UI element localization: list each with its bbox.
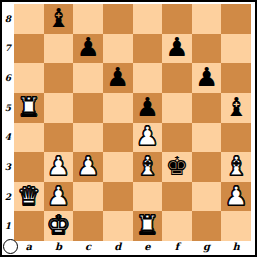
piece-white-queen-a2[interactable]: ♛ [17, 183, 40, 209]
square-e7[interactable] [133, 34, 163, 64]
square-c4[interactable] [73, 123, 103, 153]
square-b6[interactable] [44, 63, 74, 93]
square-f8[interactable] [162, 4, 192, 34]
piece-white-pawn-b3[interactable]: ♟ [47, 153, 70, 179]
piece-black-king-f3[interactable]: ♚ [165, 153, 188, 179]
square-c2[interactable] [73, 182, 103, 212]
piece-black-pawn-f7[interactable]: ♟ [165, 34, 188, 60]
square-b3[interactable]: ♟ [44, 152, 74, 182]
file-label-c: c [73, 241, 103, 255]
square-b2[interactable]: ♟ [44, 182, 74, 212]
square-g7[interactable] [192, 34, 222, 64]
square-e5[interactable]: ♟ [133, 93, 163, 123]
square-f3[interactable]: ♚ [162, 152, 192, 182]
square-c5[interactable] [73, 93, 103, 123]
square-b1[interactable]: ♚ [44, 211, 74, 241]
piece-black-pawn-g6[interactable]: ♟ [195, 64, 218, 90]
square-e2[interactable] [133, 182, 163, 212]
square-e3[interactable]: ♝ [133, 152, 163, 182]
square-h1[interactable] [221, 211, 251, 241]
square-a6[interactable] [14, 63, 44, 93]
square-e6[interactable] [133, 63, 163, 93]
square-e1[interactable]: ♜ [133, 211, 163, 241]
square-c1[interactable] [73, 211, 103, 241]
piece-black-bishop-h5[interactable]: ♝ [225, 94, 248, 120]
square-g5[interactable] [192, 93, 222, 123]
square-d8[interactable] [103, 4, 133, 34]
piece-black-pawn-d6[interactable]: ♟ [106, 64, 129, 90]
square-c8[interactable] [73, 4, 103, 34]
rank-label-1: 1 [2, 211, 14, 241]
square-h8[interactable] [221, 4, 251, 34]
square-f4[interactable] [162, 123, 192, 153]
rank-label-2: 2 [2, 182, 14, 212]
file-label-b: b [44, 241, 74, 255]
white-to-move-indicator [3, 239, 18, 254]
square-d2[interactable] [103, 182, 133, 212]
file-label-g: g [192, 241, 222, 255]
file-label-h: h [221, 241, 251, 255]
square-g1[interactable] [192, 211, 222, 241]
square-g3[interactable] [192, 152, 222, 182]
file-label-e: e [133, 241, 163, 255]
square-a4[interactable] [14, 123, 44, 153]
chess-diagram: 87654321 ♝♟♟♟♟♜♟♝♟♟♟♝♚♝♛♟♟♚♜ abcdefgh [0, 0, 257, 257]
square-a8[interactable] [14, 4, 44, 34]
square-a7[interactable] [14, 34, 44, 64]
square-d6[interactable]: ♟ [103, 63, 133, 93]
piece-white-pawn-c3[interactable]: ♟ [76, 153, 99, 179]
piece-white-bishop-e3[interactable]: ♝ [136, 153, 159, 179]
square-g2[interactable] [192, 182, 222, 212]
piece-black-pawn-e5[interactable]: ♟ [136, 94, 159, 120]
square-g6[interactable]: ♟ [192, 63, 222, 93]
piece-white-pawn-h2[interactable]: ♟ [225, 183, 248, 209]
square-f5[interactable] [162, 93, 192, 123]
square-c6[interactable] [73, 63, 103, 93]
file-label-a: a [14, 241, 44, 255]
piece-white-bishop-h3[interactable]: ♝ [225, 153, 248, 179]
chess-board: ♝♟♟♟♟♜♟♝♟♟♟♝♚♝♛♟♟♚♜ [14, 4, 251, 241]
file-labels: abcdefgh [14, 241, 251, 255]
square-f1[interactable] [162, 211, 192, 241]
square-b7[interactable] [44, 34, 74, 64]
square-b8[interactable]: ♝ [44, 4, 74, 34]
square-d7[interactable] [103, 34, 133, 64]
rank-labels: 87654321 [2, 4, 14, 241]
square-h5[interactable]: ♝ [221, 93, 251, 123]
square-d3[interactable] [103, 152, 133, 182]
file-label-d: d [103, 241, 133, 255]
rank-label-5: 5 [2, 93, 14, 123]
piece-black-pawn-c7[interactable]: ♟ [76, 34, 99, 60]
square-h2[interactable]: ♟ [221, 182, 251, 212]
square-h7[interactable] [221, 34, 251, 64]
piece-white-rook-e1[interactable]: ♜ [136, 212, 159, 238]
square-h4[interactable] [221, 123, 251, 153]
square-a2[interactable]: ♛ [14, 182, 44, 212]
rank-label-6: 6 [2, 63, 14, 93]
square-c7[interactable]: ♟ [73, 34, 103, 64]
piece-white-rook-a5[interactable]: ♜ [17, 94, 40, 120]
square-h3[interactable]: ♝ [221, 152, 251, 182]
square-a3[interactable] [14, 152, 44, 182]
square-d5[interactable] [103, 93, 133, 123]
square-b4[interactable] [44, 123, 74, 153]
square-f6[interactable] [162, 63, 192, 93]
rank-label-4: 4 [2, 123, 14, 153]
square-d1[interactable] [103, 211, 133, 241]
square-b5[interactable] [44, 93, 74, 123]
square-f7[interactable]: ♟ [162, 34, 192, 64]
square-g8[interactable] [192, 4, 222, 34]
piece-white-pawn-e4[interactable]: ♟ [136, 123, 159, 149]
file-label-f: f [162, 241, 192, 255]
piece-white-king-b1[interactable]: ♚ [47, 212, 70, 238]
square-h6[interactable] [221, 63, 251, 93]
square-a1[interactable] [14, 211, 44, 241]
square-e8[interactable] [133, 4, 163, 34]
rank-label-7: 7 [2, 34, 14, 64]
square-f2[interactable] [162, 182, 192, 212]
rank-label-3: 3 [2, 152, 14, 182]
square-g4[interactable] [192, 123, 222, 153]
square-d4[interactable] [103, 123, 133, 153]
square-e4[interactable]: ♟ [133, 123, 163, 153]
rank-label-8: 8 [2, 4, 14, 34]
square-a5[interactable]: ♜ [14, 93, 44, 123]
piece-white-pawn-b2[interactable]: ♟ [47, 183, 70, 209]
piece-black-bishop-b8[interactable]: ♝ [47, 5, 70, 31]
square-c3[interactable]: ♟ [73, 152, 103, 182]
